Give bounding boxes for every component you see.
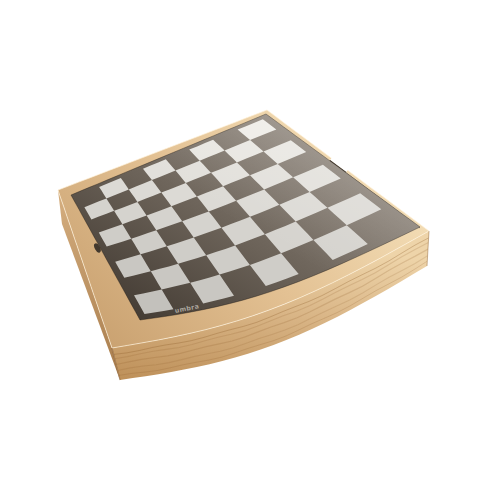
game-box-photo: umbra bbox=[0, 0, 480, 480]
product-photo: umbra bbox=[0, 0, 480, 480]
